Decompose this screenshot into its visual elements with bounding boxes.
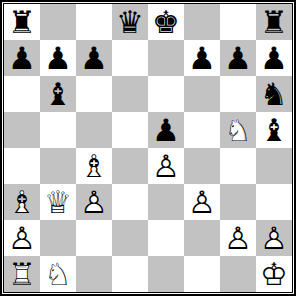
black-pawn-piece: ♟ <box>44 40 72 76</box>
black-pawn-piece: ♟ <box>8 40 36 76</box>
square-c6[interactable] <box>76 76 112 112</box>
black-pawn-piece: ♟ <box>260 40 288 76</box>
square-c7[interactable]: ♟ <box>76 40 112 76</box>
square-g4[interactable] <box>220 148 256 184</box>
square-f6[interactable] <box>184 76 220 112</box>
white-bishop-piece: ♗ <box>8 184 36 220</box>
square-e5[interactable]: ♟ <box>148 112 184 148</box>
square-c5[interactable] <box>76 112 112 148</box>
square-a7[interactable]: ♟ <box>4 40 40 76</box>
square-a1[interactable]: ♖ <box>4 256 40 292</box>
square-e8[interactable]: ♚ <box>148 4 184 40</box>
square-d3[interactable] <box>112 184 148 220</box>
square-f1[interactable] <box>184 256 220 292</box>
square-h1[interactable]: ♔ <box>256 256 292 292</box>
black-rook-piece: ♜ <box>260 4 288 40</box>
square-d1[interactable] <box>112 256 148 292</box>
white-pawn-piece: ♙ <box>188 184 216 220</box>
white-knight-piece: ♘ <box>44 256 72 292</box>
square-h7[interactable]: ♟ <box>256 40 292 76</box>
square-h5[interactable]: ♝ <box>256 112 292 148</box>
black-pawn-piece: ♟ <box>80 40 108 76</box>
white-pawn-piece: ♙ <box>80 184 108 220</box>
square-b3[interactable]: ♕ <box>40 184 76 220</box>
square-f3[interactable]: ♙ <box>184 184 220 220</box>
square-g5[interactable]: ♘ <box>220 112 256 148</box>
square-f2[interactable] <box>184 220 220 256</box>
square-c8[interactable] <box>76 4 112 40</box>
square-a2[interactable]: ♙ <box>4 220 40 256</box>
square-c4[interactable]: ♗ <box>76 148 112 184</box>
square-e7[interactable] <box>148 40 184 76</box>
square-e3[interactable] <box>148 184 184 220</box>
square-b8[interactable] <box>40 4 76 40</box>
square-f5[interactable] <box>184 112 220 148</box>
white-queen-piece: ♕ <box>44 184 72 220</box>
square-h8[interactable]: ♜ <box>256 4 292 40</box>
board: ♜♛♚♜♟♟♟♟♟♟♝♞♟♘♝♗♙♗♕♙♙♙♙♙♖♘♔ <box>3 3 293 293</box>
white-pawn-piece: ♙ <box>260 220 288 256</box>
black-queen-piece: ♛ <box>116 4 144 40</box>
square-g7[interactable]: ♟ <box>220 40 256 76</box>
black-king-piece: ♚ <box>152 4 180 40</box>
square-f8[interactable] <box>184 4 220 40</box>
square-b7[interactable]: ♟ <box>40 40 76 76</box>
square-g6[interactable] <box>220 76 256 112</box>
square-h3[interactable] <box>256 184 292 220</box>
square-b2[interactable] <box>40 220 76 256</box>
black-bishop-piece: ♝ <box>260 112 288 148</box>
square-b1[interactable]: ♘ <box>40 256 76 292</box>
square-e2[interactable] <box>148 220 184 256</box>
square-b5[interactable] <box>40 112 76 148</box>
square-b4[interactable] <box>40 148 76 184</box>
black-pawn-piece: ♟ <box>224 40 252 76</box>
square-g2[interactable]: ♙ <box>220 220 256 256</box>
black-pawn-piece: ♟ <box>152 112 180 148</box>
black-pawn-piece: ♟ <box>188 40 216 76</box>
square-d6[interactable] <box>112 76 148 112</box>
square-a6[interactable] <box>4 76 40 112</box>
square-a3[interactable]: ♗ <box>4 184 40 220</box>
square-a4[interactable] <box>4 148 40 184</box>
white-knight-piece: ♘ <box>224 112 252 148</box>
square-e4[interactable]: ♙ <box>148 148 184 184</box>
square-d7[interactable] <box>112 40 148 76</box>
square-e1[interactable] <box>148 256 184 292</box>
square-c1[interactable] <box>76 256 112 292</box>
square-a8[interactable]: ♜ <box>4 4 40 40</box>
square-g8[interactable] <box>220 4 256 40</box>
white-pawn-piece: ♙ <box>224 220 252 256</box>
square-d2[interactable] <box>112 220 148 256</box>
square-d4[interactable] <box>112 148 148 184</box>
black-rook-piece: ♜ <box>8 4 36 40</box>
square-g1[interactable] <box>220 256 256 292</box>
square-d5[interactable] <box>112 112 148 148</box>
white-pawn-piece: ♙ <box>8 220 36 256</box>
white-pawn-piece: ♙ <box>152 148 180 184</box>
square-e6[interactable] <box>148 76 184 112</box>
square-c3[interactable]: ♙ <box>76 184 112 220</box>
board-frame: ♜♛♚♜♟♟♟♟♟♟♝♞♟♘♝♗♙♗♕♙♙♙♙♙♖♘♔ <box>0 0 296 296</box>
black-knight-piece: ♞ <box>260 76 288 112</box>
square-h4[interactable] <box>256 148 292 184</box>
square-f4[interactable] <box>184 148 220 184</box>
square-b6[interactable]: ♝ <box>40 76 76 112</box>
square-f7[interactable]: ♟ <box>184 40 220 76</box>
square-a5[interactable] <box>4 112 40 148</box>
square-c2[interactable] <box>76 220 112 256</box>
white-king-piece: ♔ <box>260 256 288 292</box>
square-g3[interactable] <box>220 184 256 220</box>
black-bishop-piece: ♝ <box>44 76 72 112</box>
white-bishop-piece: ♗ <box>80 148 108 184</box>
square-d8[interactable]: ♛ <box>112 4 148 40</box>
square-h2[interactable]: ♙ <box>256 220 292 256</box>
square-h6[interactable]: ♞ <box>256 76 292 112</box>
white-rook-piece: ♖ <box>8 256 36 292</box>
